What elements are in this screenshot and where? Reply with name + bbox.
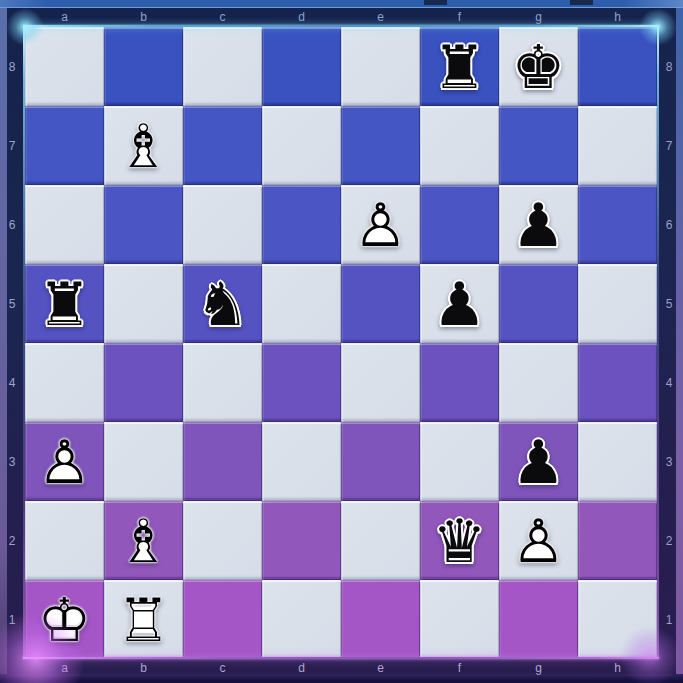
square-h6[interactable] [578, 185, 657, 264]
square-b2[interactable]: ♝♗ [104, 501, 183, 580]
square-f3[interactable] [420, 422, 499, 501]
black-pawn[interactable]: ♟ [433, 274, 487, 334]
file-label-e: e [341, 660, 420, 676]
square-h1[interactable] [578, 580, 657, 659]
square-d7[interactable] [262, 106, 341, 185]
black-pawn[interactable]: ♟ [512, 432, 566, 492]
square-g5[interactable] [499, 264, 578, 343]
file-label-f: f [420, 660, 499, 676]
square-d3[interactable] [262, 422, 341, 501]
file-label-d: d [262, 9, 341, 25]
square-g6[interactable]: ♟ [499, 185, 578, 264]
square-f8[interactable]: ♜ [420, 27, 499, 106]
square-g4[interactable] [499, 343, 578, 422]
board-glow-right [657, 25, 659, 659]
chess-board: ♜♚♝♗♟♙♟♜♞♟♟♙♟♝♗♛♟♙♚♔♜♖ [25, 27, 657, 659]
square-c6[interactable] [183, 185, 262, 264]
file-label-e: e [341, 9, 420, 25]
window-top-strip [0, 0, 683, 8]
square-a5[interactable]: ♜ [25, 264, 104, 343]
square-h2[interactable] [578, 501, 657, 580]
square-b8[interactable] [104, 27, 183, 106]
square-b5[interactable] [104, 264, 183, 343]
square-b4[interactable] [104, 343, 183, 422]
file-labels-bottom: abcdefgh [25, 660, 657, 676]
rank-label-2: 2 [660, 501, 678, 580]
file-label-b: b [104, 9, 183, 25]
rank-label-8: 8 [3, 27, 21, 106]
square-f6[interactable] [420, 185, 499, 264]
white-king[interactable]: ♚♔ [38, 590, 92, 650]
square-c1[interactable] [183, 580, 262, 659]
square-g7[interactable] [499, 106, 578, 185]
top-strip-notch [424, 0, 447, 5]
white-pawn[interactable]: ♟♙ [38, 432, 92, 492]
square-g1[interactable] [499, 580, 578, 659]
square-c2[interactable] [183, 501, 262, 580]
square-b7[interactable]: ♝♗ [104, 106, 183, 185]
rank-label-2: 2 [3, 501, 21, 580]
file-label-d: d [262, 660, 341, 676]
square-a8[interactable] [25, 27, 104, 106]
square-e3[interactable] [341, 422, 420, 501]
square-f5[interactable]: ♟ [420, 264, 499, 343]
rank-label-1: 1 [660, 580, 678, 659]
square-a2[interactable] [25, 501, 104, 580]
rank-label-5: 5 [660, 264, 678, 343]
square-b3[interactable] [104, 422, 183, 501]
square-e5[interactable] [341, 264, 420, 343]
square-c8[interactable] [183, 27, 262, 106]
black-rook[interactable]: ♜ [433, 37, 487, 97]
square-h3[interactable] [578, 422, 657, 501]
square-c4[interactable] [183, 343, 262, 422]
file-labels-top: abcdefgh [25, 9, 657, 25]
square-f7[interactable] [420, 106, 499, 185]
square-d6[interactable] [262, 185, 341, 264]
square-d8[interactable] [262, 27, 341, 106]
square-h8[interactable] [578, 27, 657, 106]
file-label-f: f [420, 9, 499, 25]
file-label-a: a [25, 9, 104, 25]
square-f4[interactable] [420, 343, 499, 422]
rank-label-7: 7 [660, 106, 678, 185]
black-knight[interactable]: ♞ [196, 274, 250, 334]
black-king[interactable]: ♚ [512, 37, 566, 97]
file-label-h: h [578, 660, 657, 676]
square-c7[interactable] [183, 106, 262, 185]
square-e2[interactable] [341, 501, 420, 580]
square-b6[interactable] [104, 185, 183, 264]
square-d1[interactable] [262, 580, 341, 659]
square-b1[interactable]: ♜♖ [104, 580, 183, 659]
square-h5[interactable] [578, 264, 657, 343]
white-bishop[interactable]: ♝♗ [117, 116, 171, 176]
rank-label-4: 4 [3, 343, 21, 422]
file-label-b: b [104, 660, 183, 676]
square-c5[interactable]: ♞ [183, 264, 262, 343]
rank-label-7: 7 [3, 106, 21, 185]
rank-labels-right: 87654321 [660, 27, 678, 659]
square-a6[interactable] [25, 185, 104, 264]
file-label-h: h [578, 9, 657, 25]
square-f1[interactable] [420, 580, 499, 659]
square-g8[interactable]: ♚ [499, 27, 578, 106]
square-e4[interactable] [341, 343, 420, 422]
square-h7[interactable] [578, 106, 657, 185]
rank-label-1: 1 [3, 580, 21, 659]
white-rook[interactable]: ♜♖ [117, 590, 171, 650]
square-a7[interactable] [25, 106, 104, 185]
file-label-c: c [183, 660, 262, 676]
square-g3[interactable]: ♟ [499, 422, 578, 501]
rank-label-3: 3 [660, 422, 678, 501]
black-rook[interactable]: ♜ [38, 274, 92, 334]
square-g2[interactable]: ♟♙ [499, 501, 578, 580]
square-a4[interactable] [25, 343, 104, 422]
black-pawn[interactable]: ♟ [512, 195, 566, 255]
square-d5[interactable] [262, 264, 341, 343]
rank-label-8: 8 [660, 27, 678, 106]
rank-label-3: 3 [3, 422, 21, 501]
square-e1[interactable] [341, 580, 420, 659]
square-a1[interactable]: ♚♔ [25, 580, 104, 659]
square-c3[interactable] [183, 422, 262, 501]
rank-label-6: 6 [3, 185, 21, 264]
square-e7[interactable] [341, 106, 420, 185]
file-label-a: a [25, 660, 104, 676]
file-label-c: c [183, 9, 262, 25]
top-strip-notch [570, 0, 593, 5]
rank-labels-left: 87654321 [3, 27, 21, 659]
white-bishop[interactable]: ♝♗ [117, 511, 171, 571]
square-e6[interactable]: ♟♙ [341, 185, 420, 264]
rank-label-4: 4 [660, 343, 678, 422]
square-d4[interactable] [262, 343, 341, 422]
square-a3[interactable]: ♟♙ [25, 422, 104, 501]
file-label-g: g [499, 660, 578, 676]
square-e8[interactable] [341, 27, 420, 106]
white-pawn[interactable]: ♟♙ [512, 511, 566, 571]
white-pawn[interactable]: ♟♙ [354, 195, 408, 255]
chess-app-window: abcdefgh abcdefgh 87654321 87654321 ♜♚♝♗… [0, 0, 683, 683]
square-f2[interactable]: ♛ [420, 501, 499, 580]
square-h4[interactable] [578, 343, 657, 422]
rank-label-5: 5 [3, 264, 21, 343]
square-d2[interactable] [262, 501, 341, 580]
rank-label-6: 6 [660, 185, 678, 264]
file-label-g: g [499, 9, 578, 25]
black-queen[interactable]: ♛ [433, 511, 487, 571]
